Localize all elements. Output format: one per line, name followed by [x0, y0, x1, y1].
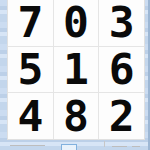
window-right-border — [148, 0, 150, 150]
grid-cell-r2c1[interactable]: 8 — [54, 93, 99, 139]
cutoff-widget-edge-right1 — [112, 146, 127, 147]
grid-cell-r1c2[interactable]: 6 — [99, 47, 144, 93]
number-grid-board: 7 0 3 5 1 6 4 8 2 — [7, 0, 145, 140]
cutoff-widget-edge-left — [10, 145, 45, 146]
grid-cell-r1c1[interactable]: 1 — [54, 47, 99, 93]
cutoff-widget-edge-right2 — [132, 146, 140, 147]
grid-cell-r0c2[interactable]: 3 — [99, 0, 144, 46]
grid-cell-r1c0[interactable]: 5 — [8, 47, 53, 93]
cutoff-button-top — [61, 144, 77, 150]
cutoff-divider-line — [104, 141, 105, 147]
grid-cell-r2c2[interactable]: 2 — [99, 93, 144, 139]
grid-cell-r0c0[interactable]: 7 — [8, 0, 53, 46]
grid-cell-r2c0[interactable]: 4 — [8, 93, 53, 139]
grid-cell-r0c1[interactable]: 0 — [54, 0, 99, 46]
